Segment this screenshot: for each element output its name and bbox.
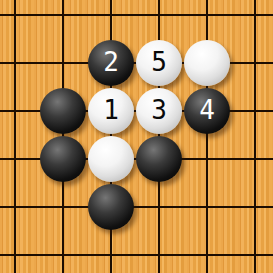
go-stone-black-move-2[interactable]: 2 [88,40,134,86]
go-stone-white-move-5[interactable]: 5 [136,40,182,86]
go-stone-black-move-4[interactable]: 4 [184,88,230,134]
stone-move-number: 3 [151,97,167,123]
stone-move-number: 1 [103,97,119,123]
go-board-grid[interactable]: 25134 [0,0,273,273]
go-board[interactable]: 25134 [0,0,273,273]
stone-move-number: 2 [103,49,119,75]
go-stone-white-move-3[interactable]: 3 [136,88,182,134]
go-stone-white-move-1[interactable]: 1 [88,88,134,134]
go-stone-white[interactable] [184,40,230,86]
go-stone-white[interactable] [88,136,134,182]
stone-move-number: 5 [151,49,167,75]
go-stone-black[interactable] [136,136,182,182]
go-stone-black[interactable] [40,88,86,134]
stone-move-number: 4 [199,97,215,123]
go-stone-black[interactable] [40,136,86,182]
go-stone-black[interactable] [88,184,134,230]
